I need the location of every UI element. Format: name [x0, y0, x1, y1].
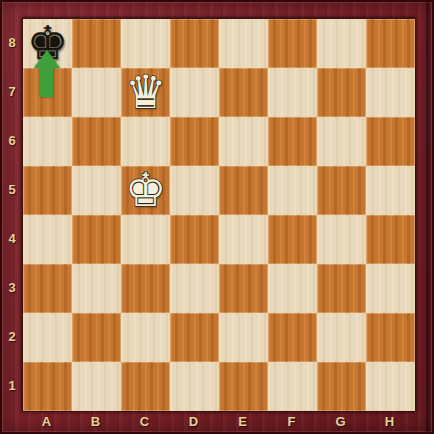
square-h2[interactable]: [366, 313, 415, 362]
square-b5[interactable]: [72, 166, 121, 215]
square-d5[interactable]: [170, 166, 219, 215]
square-g5[interactable]: [317, 166, 366, 215]
square-f6[interactable]: [268, 117, 317, 166]
square-e7[interactable]: [219, 68, 268, 117]
square-d2[interactable]: [170, 313, 219, 362]
file-label-d: D: [169, 412, 218, 431]
square-a2[interactable]: [23, 313, 72, 362]
square-f7[interactable]: [268, 68, 317, 117]
rank-labels: 87654321: [4, 18, 20, 410]
white-queen[interactable]: ♛: [125, 68, 166, 117]
square-c6[interactable]: [121, 117, 170, 166]
square-a5[interactable]: [23, 166, 72, 215]
square-d3[interactable]: [170, 264, 219, 313]
square-c3[interactable]: [121, 264, 170, 313]
square-c8[interactable]: [121, 19, 170, 68]
rank-label-4: 4: [4, 214, 20, 263]
square-e2[interactable]: [219, 313, 268, 362]
file-label-g: G: [316, 412, 365, 431]
square-e8[interactable]: [219, 19, 268, 68]
square-g7[interactable]: [317, 68, 366, 117]
square-b1[interactable]: [72, 362, 121, 411]
square-b6[interactable]: [72, 117, 121, 166]
square-c5[interactable]: ♚: [121, 166, 170, 215]
rank-label-7: 7: [4, 67, 20, 116]
file-label-h: H: [365, 412, 414, 431]
square-f3[interactable]: [268, 264, 317, 313]
square-g3[interactable]: [317, 264, 366, 313]
square-a6[interactable]: [23, 117, 72, 166]
square-h1[interactable]: [366, 362, 415, 411]
square-a1[interactable]: [23, 362, 72, 411]
square-f1[interactable]: [268, 362, 317, 411]
square-f2[interactable]: [268, 313, 317, 362]
square-f4[interactable]: [268, 215, 317, 264]
square-c4[interactable]: [121, 215, 170, 264]
square-f8[interactable]: [268, 19, 317, 68]
square-b3[interactable]: [72, 264, 121, 313]
square-c7[interactable]: ♛: [121, 68, 170, 117]
square-d8[interactable]: [170, 19, 219, 68]
square-f5[interactable]: [268, 166, 317, 215]
square-h7[interactable]: [366, 68, 415, 117]
white-king[interactable]: ♚: [125, 166, 166, 215]
square-h8[interactable]: [366, 19, 415, 68]
square-a8[interactable]: ♚: [23, 19, 72, 68]
square-h6[interactable]: [366, 117, 415, 166]
square-b4[interactable]: [72, 215, 121, 264]
square-b2[interactable]: [72, 313, 121, 362]
square-d1[interactable]: [170, 362, 219, 411]
rank-label-2: 2: [4, 312, 20, 361]
file-label-f: F: [267, 412, 316, 431]
square-e3[interactable]: [219, 264, 268, 313]
file-label-b: B: [71, 412, 120, 431]
square-g8[interactable]: [317, 19, 366, 68]
rank-label-6: 6: [4, 116, 20, 165]
square-h3[interactable]: [366, 264, 415, 313]
square-g6[interactable]: [317, 117, 366, 166]
square-a4[interactable]: [23, 215, 72, 264]
square-c2[interactable]: [121, 313, 170, 362]
square-g4[interactable]: [317, 215, 366, 264]
black-king[interactable]: ♚: [27, 19, 68, 68]
square-a3[interactable]: [23, 264, 72, 313]
file-label-c: C: [120, 412, 169, 431]
rank-label-8: 8: [4, 18, 20, 67]
file-label-e: E: [218, 412, 267, 431]
square-e1[interactable]: [219, 362, 268, 411]
rank-label-1: 1: [4, 361, 20, 410]
square-e6[interactable]: [219, 117, 268, 166]
square-e5[interactable]: [219, 166, 268, 215]
square-b7[interactable]: [72, 68, 121, 117]
square-d6[interactable]: [170, 117, 219, 166]
square-g2[interactable]: [317, 313, 366, 362]
square-a7[interactable]: [23, 68, 72, 117]
file-labels: ABCDEFGH: [22, 412, 414, 431]
square-d4[interactable]: [170, 215, 219, 264]
square-c1[interactable]: [121, 362, 170, 411]
square-d7[interactable]: [170, 68, 219, 117]
board-frame: 87654321 ♚♛♚ ABCDEFGH: [0, 0, 434, 434]
square-h5[interactable]: [366, 166, 415, 215]
square-e4[interactable]: [219, 215, 268, 264]
square-h4[interactable]: [366, 215, 415, 264]
square-b8[interactable]: [72, 19, 121, 68]
chess-board: ♚♛♚: [22, 18, 416, 412]
rank-label-5: 5: [4, 165, 20, 214]
square-g1[interactable]: [317, 362, 366, 411]
rank-label-3: 3: [4, 263, 20, 312]
file-label-a: A: [22, 412, 71, 431]
